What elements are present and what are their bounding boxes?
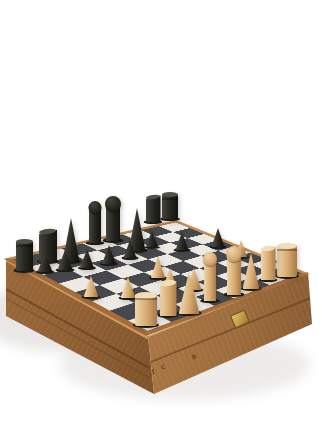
piece-black-pawn-h7 [212,228,225,247]
piece-white-bishop-c1 [179,272,200,314]
piece-black-pawn-c7 [80,249,94,268]
piece-black-king-e8 [105,196,122,241]
piece-white-pawn-b2 [121,277,136,298]
piece-white-bishop-f1 [243,253,260,289]
piece-black-rook-h8 [162,194,178,219]
piece-black-pawn-f7 [146,230,158,247]
piece-black-knight-g8 [146,195,161,222]
piece-black-queen-d8 [88,201,103,243]
piece-black-pawn-b7 [58,250,73,270]
piece-white-rook-a1 [135,294,157,326]
product-photo-chess-set: T C B [0,0,322,430]
piece-black-pawn-g7 [176,232,189,250]
piece-black-pawn-e7 [124,240,137,258]
piece-black-pawn-a7 [38,252,53,272]
pieces-layer [0,0,322,430]
piece-white-rook-h1 [277,245,297,277]
piece-white-knight-g1 [261,246,276,280]
piece-white-knight-b1 [160,280,177,316]
piece-black-pawn-d7 [102,245,116,264]
piece-white-pawn-a2 [84,276,99,297]
piece-black-rook-a8 [16,241,33,271]
piece-white-king-e1 [226,246,243,295]
piece-white-queen-d1 [202,252,218,301]
